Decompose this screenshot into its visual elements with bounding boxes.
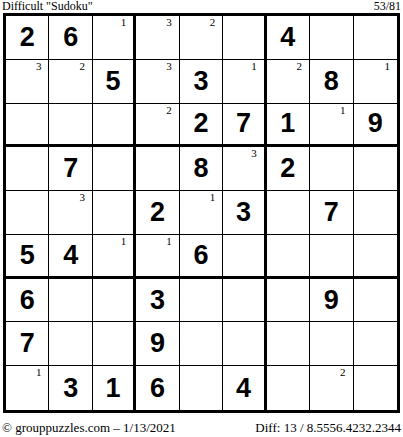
cell-r4c3[interactable] bbox=[93, 147, 136, 191]
given-digit: 4 bbox=[223, 366, 263, 410]
cell-r4c5[interactable]: 8 bbox=[180, 147, 223, 191]
cell-r1c9[interactable] bbox=[354, 16, 397, 60]
cell-r7c9[interactable] bbox=[354, 279, 397, 323]
cell-r8c6[interactable] bbox=[223, 322, 266, 366]
given-digit: 3 bbox=[49, 366, 91, 410]
cell-r9c7[interactable] bbox=[267, 366, 310, 410]
cell-r3c2[interactable] bbox=[49, 104, 92, 148]
cell-r3c3[interactable] bbox=[93, 104, 136, 148]
cell-r1c6[interactable] bbox=[223, 16, 266, 60]
cell-r5c1[interactable] bbox=[6, 191, 49, 235]
cell-r5c9[interactable] bbox=[354, 191, 397, 235]
cell-r7c3[interactable] bbox=[93, 279, 136, 323]
cell-r8c4[interactable]: 9 bbox=[136, 322, 179, 366]
given-digit: 2 bbox=[6, 16, 48, 59]
cell-r2c4[interactable]: 3 bbox=[136, 60, 179, 104]
cell-r6c2[interactable]: 4 bbox=[49, 235, 92, 279]
cell-r7c7[interactable] bbox=[267, 279, 310, 323]
cell-r6c9[interactable] bbox=[354, 235, 397, 279]
cell-r9c4[interactable]: 6 bbox=[136, 366, 179, 410]
cell-r7c1[interactable]: 6 bbox=[6, 279, 49, 323]
given-digit: 7 bbox=[310, 191, 352, 234]
cell-r1c3[interactable]: 1 bbox=[93, 16, 136, 60]
puzzle-title: Difficult "Sudoku" bbox=[2, 0, 93, 13]
cell-r5c2[interactable]: 3 bbox=[49, 191, 92, 235]
cell-r1c5[interactable]: 2 bbox=[180, 16, 223, 60]
cell-r2c6[interactable]: 1 bbox=[223, 60, 266, 104]
cell-r9c6[interactable]: 4 bbox=[223, 366, 266, 410]
pencil-mark: 1 bbox=[210, 192, 216, 203]
cell-r4c6[interactable]: 3 bbox=[223, 147, 266, 191]
pencil-mark: 2 bbox=[210, 17, 216, 28]
cell-r8c3[interactable] bbox=[93, 322, 136, 366]
page-header: Difficult "Sudoku" 53/81 bbox=[0, 0, 403, 13]
given-digit: 5 bbox=[93, 60, 133, 103]
cell-r1c1[interactable]: 2 bbox=[6, 16, 49, 60]
pencil-mark: 1 bbox=[384, 61, 390, 72]
given-digit: 7 bbox=[6, 322, 48, 365]
cell-r2c3[interactable]: 5 bbox=[93, 60, 136, 104]
given-digit: 1 bbox=[267, 104, 309, 145]
cell-r5c3[interactable] bbox=[93, 191, 136, 235]
cell-r1c2[interactable]: 6 bbox=[49, 16, 92, 60]
cell-r9c5[interactable] bbox=[180, 366, 223, 410]
sudoku-board: 2613243253312812271197832321375411663979… bbox=[3, 13, 400, 413]
pencil-mark: 1 bbox=[121, 236, 127, 247]
pencil-mark: 1 bbox=[166, 236, 172, 247]
pencil-mark: 3 bbox=[36, 61, 42, 72]
given-digit: 3 bbox=[136, 279, 178, 322]
cell-r3c8[interactable]: 1 bbox=[310, 104, 353, 148]
cell-r7c5[interactable] bbox=[180, 279, 223, 323]
cell-r3c6[interactable]: 7 bbox=[223, 104, 266, 148]
cell-r6c5[interactable]: 6 bbox=[180, 235, 223, 279]
cell-r3c9[interactable]: 9 bbox=[354, 104, 397, 148]
cell-r2c1[interactable]: 3 bbox=[6, 60, 49, 104]
cell-r4c8[interactable] bbox=[310, 147, 353, 191]
cell-r4c1[interactable] bbox=[6, 147, 49, 191]
cell-r8c5[interactable] bbox=[180, 322, 223, 366]
given-digit: 5 bbox=[6, 235, 48, 276]
cell-r6c3[interactable]: 1 bbox=[93, 235, 136, 279]
cell-r7c2[interactable] bbox=[49, 279, 92, 323]
cell-r7c4[interactable]: 3 bbox=[136, 279, 179, 323]
copyright-text: © grouppuzzles.com – 1/13/2021 bbox=[2, 421, 176, 435]
cell-r7c6[interactable] bbox=[223, 279, 266, 323]
given-digit: 9 bbox=[310, 279, 352, 322]
cell-r6c8[interactable] bbox=[310, 235, 353, 279]
cell-r5c6[interactable]: 3 bbox=[223, 191, 266, 235]
given-digit: 7 bbox=[49, 147, 91, 190]
cell-r2c2[interactable]: 2 bbox=[49, 60, 92, 104]
given-digit: 2 bbox=[267, 147, 309, 190]
pencil-mark: 3 bbox=[166, 17, 172, 28]
cell-r7c8[interactable]: 9 bbox=[310, 279, 353, 323]
cell-r3c7[interactable]: 1 bbox=[267, 104, 310, 148]
cell-r1c7[interactable]: 4 bbox=[267, 16, 310, 60]
pencil-mark: 3 bbox=[79, 192, 85, 203]
pencil-mark: 3 bbox=[166, 61, 172, 72]
remaining-counter: 53/81 bbox=[374, 0, 401, 13]
given-digit: 2 bbox=[136, 191, 178, 234]
cell-r6c6[interactable] bbox=[223, 235, 266, 279]
cell-r5c5[interactable]: 1 bbox=[180, 191, 223, 235]
cell-r2c8[interactable]: 8 bbox=[310, 60, 353, 104]
given-digit: 6 bbox=[6, 279, 48, 322]
pencil-mark: 3 bbox=[251, 148, 257, 159]
given-digit: 7 bbox=[223, 104, 263, 145]
cell-r5c4[interactable]: 2 bbox=[136, 191, 179, 235]
cell-r8c9[interactable] bbox=[354, 322, 397, 366]
cell-r8c1[interactable]: 7 bbox=[6, 322, 49, 366]
given-digit: 6 bbox=[49, 16, 91, 59]
cell-r9c1[interactable]: 1 bbox=[6, 366, 49, 410]
cell-r6c7[interactable] bbox=[267, 235, 310, 279]
page-footer: © grouppuzzles.com – 1/13/2021 Diff: 13 … bbox=[0, 421, 403, 435]
pencil-mark: 1 bbox=[340, 105, 346, 116]
pencil-mark: 2 bbox=[340, 367, 346, 378]
cell-r9c8[interactable]: 2 bbox=[310, 366, 353, 410]
cell-r9c2[interactable]: 3 bbox=[49, 366, 92, 410]
cell-r2c9[interactable]: 1 bbox=[354, 60, 397, 104]
cell-r4c9[interactable] bbox=[354, 147, 397, 191]
cell-r4c2[interactable]: 7 bbox=[49, 147, 92, 191]
cell-r8c8[interactable] bbox=[310, 322, 353, 366]
cell-r6c1[interactable]: 5 bbox=[6, 235, 49, 279]
given-digit: 1 bbox=[93, 366, 133, 410]
difficulty-text: Diff: 13 / 8.5556.4232.2344 bbox=[255, 421, 401, 435]
cell-r1c4[interactable]: 3 bbox=[136, 16, 179, 60]
cell-r3c1[interactable] bbox=[6, 104, 49, 148]
given-digit: 3 bbox=[223, 191, 263, 234]
cell-r2c7[interactable]: 2 bbox=[267, 60, 310, 104]
given-digit: 6 bbox=[136, 366, 178, 410]
pencil-mark: 1 bbox=[36, 367, 42, 378]
given-digit: 4 bbox=[49, 235, 91, 276]
given-digit: 4 bbox=[267, 16, 309, 59]
cell-r4c4[interactable] bbox=[136, 147, 179, 191]
given-digit: 2 bbox=[180, 104, 222, 145]
cell-r5c8[interactable]: 7 bbox=[310, 191, 353, 235]
cell-r3c4[interactable]: 2 bbox=[136, 104, 179, 148]
pencil-mark: 1 bbox=[121, 17, 127, 28]
cell-r1c8[interactable] bbox=[310, 16, 353, 60]
given-digit: 8 bbox=[180, 147, 222, 190]
pencil-mark: 1 bbox=[251, 61, 257, 72]
cell-r5c7[interactable] bbox=[267, 191, 310, 235]
given-digit: 9 bbox=[354, 104, 397, 145]
pencil-mark: 2 bbox=[166, 105, 172, 116]
cell-r3c5[interactable]: 2 bbox=[180, 104, 223, 148]
cell-r4c7[interactable]: 2 bbox=[267, 147, 310, 191]
pencil-mark: 2 bbox=[297, 61, 303, 72]
cell-r9c9[interactable] bbox=[354, 366, 397, 410]
cell-r8c7[interactable] bbox=[267, 322, 310, 366]
given-digit: 6 bbox=[180, 235, 222, 276]
cell-r8c2[interactable] bbox=[49, 322, 92, 366]
given-digit: 3 bbox=[180, 60, 222, 103]
pencil-mark: 2 bbox=[79, 61, 85, 72]
given-digit: 8 bbox=[310, 60, 352, 103]
cell-r2c5[interactable]: 3 bbox=[180, 60, 223, 104]
cell-r9c3[interactable]: 1 bbox=[93, 366, 136, 410]
given-digit: 9 bbox=[136, 322, 178, 365]
cell-r6c4[interactable]: 1 bbox=[136, 235, 179, 279]
